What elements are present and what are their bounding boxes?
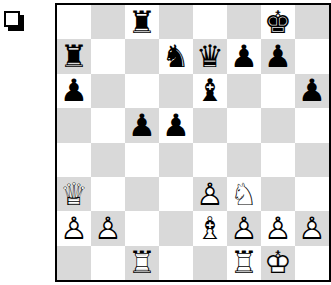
square-f4[interactable] bbox=[227, 143, 261, 177]
square-e8[interactable] bbox=[193, 5, 227, 39]
piece-black-bishop[interactable]: ♝ bbox=[193, 74, 227, 108]
square-b8[interactable] bbox=[91, 5, 125, 39]
square-f6[interactable] bbox=[227, 74, 261, 108]
piece-black-queen[interactable]: ♛ bbox=[193, 39, 227, 73]
square-c7[interactable] bbox=[125, 39, 159, 73]
square-h3[interactable] bbox=[295, 177, 329, 211]
piece-white-pawn[interactable]: ♟♙ bbox=[227, 211, 261, 245]
square-e5[interactable] bbox=[193, 108, 227, 142]
piece-white-knight[interactable]: ♞♘ bbox=[227, 177, 261, 211]
pawn-outline-glyph: ♙ bbox=[261, 211, 295, 245]
bishop-outline-glyph: ♗ bbox=[193, 211, 227, 245]
square-f2[interactable]: ♟♙ bbox=[227, 211, 261, 245]
knight-outline-glyph: ♘ bbox=[227, 177, 261, 211]
square-a6[interactable]: ♟ bbox=[57, 74, 91, 108]
rook-outline-glyph: ♖ bbox=[125, 246, 159, 280]
piece-black-rook[interactable]: ♜ bbox=[125, 5, 159, 39]
queen-glyph: ♛ bbox=[193, 39, 227, 73]
piece-black-pawn[interactable]: ♟ bbox=[125, 108, 159, 142]
square-c5[interactable]: ♟ bbox=[125, 108, 159, 142]
square-d4[interactable] bbox=[159, 143, 193, 177]
square-c6[interactable] bbox=[125, 74, 159, 108]
square-b5[interactable] bbox=[91, 108, 125, 142]
pawn-glyph: ♟ bbox=[57, 74, 91, 108]
square-g1[interactable]: ♚♔ bbox=[261, 246, 295, 280]
square-b2[interactable]: ♟♙ bbox=[91, 211, 125, 245]
square-a7[interactable]: ♜ bbox=[57, 39, 91, 73]
queen-outline-glyph: ♕ bbox=[57, 177, 91, 211]
square-d6[interactable] bbox=[159, 74, 193, 108]
piece-white-pawn[interactable]: ♟♙ bbox=[261, 211, 295, 245]
square-d2[interactable] bbox=[159, 211, 193, 245]
pawn-glyph: ♟ bbox=[261, 39, 295, 73]
square-h7[interactable] bbox=[295, 39, 329, 73]
square-g7[interactable]: ♟ bbox=[261, 39, 295, 73]
square-f3[interactable]: ♞♘ bbox=[227, 177, 261, 211]
piece-white-rook[interactable]: ♜♖ bbox=[227, 246, 261, 280]
piece-black-knight[interactable]: ♞ bbox=[159, 39, 193, 73]
square-f8[interactable] bbox=[227, 5, 261, 39]
piece-black-pawn[interactable]: ♟ bbox=[227, 39, 261, 73]
square-f5[interactable] bbox=[227, 108, 261, 142]
square-a1[interactable] bbox=[57, 246, 91, 280]
piece-black-pawn[interactable]: ♟ bbox=[159, 108, 193, 142]
rook-glyph: ♜ bbox=[125, 5, 159, 39]
piece-black-pawn[interactable]: ♟ bbox=[261, 39, 295, 73]
square-e7[interactable]: ♛ bbox=[193, 39, 227, 73]
square-h4[interactable] bbox=[295, 143, 329, 177]
square-f7[interactable]: ♟ bbox=[227, 39, 261, 73]
rook-glyph: ♜ bbox=[57, 39, 91, 73]
square-e4[interactable] bbox=[193, 143, 227, 177]
square-a8[interactable] bbox=[57, 5, 91, 39]
square-c2[interactable] bbox=[125, 211, 159, 245]
square-d8[interactable] bbox=[159, 5, 193, 39]
square-b7[interactable] bbox=[91, 39, 125, 73]
knight-glyph: ♞ bbox=[159, 39, 193, 73]
king-glyph: ♚ bbox=[261, 5, 295, 39]
pawn-outline-glyph: ♙ bbox=[295, 211, 329, 245]
square-d5[interactable]: ♟ bbox=[159, 108, 193, 142]
pawn-outline-glyph: ♙ bbox=[227, 211, 261, 245]
piece-white-king[interactable]: ♚♔ bbox=[261, 246, 295, 280]
bishop-glyph: ♝ bbox=[193, 74, 227, 108]
square-d1[interactable] bbox=[159, 246, 193, 280]
pawn-outline-glyph: ♙ bbox=[193, 177, 227, 211]
square-e6[interactable]: ♝ bbox=[193, 74, 227, 108]
square-f1[interactable]: ♜♖ bbox=[227, 246, 261, 280]
chess-board: ♜♚♜♞♛♟♟♟♝♟♟♟♛♕♟♙♞♘♟♙♟♙♝♗♟♙♟♙♟♙♜♖♜♖♚♔ bbox=[55, 3, 331, 282]
square-b6[interactable] bbox=[91, 74, 125, 108]
piece-white-bishop[interactable]: ♝♗ bbox=[193, 211, 227, 245]
square-g8[interactable]: ♚ bbox=[261, 5, 295, 39]
square-e1[interactable] bbox=[193, 246, 227, 280]
piece-white-pawn[interactable]: ♟♙ bbox=[57, 211, 91, 245]
piece-black-pawn[interactable]: ♟ bbox=[57, 74, 91, 108]
square-h2[interactable]: ♟♙ bbox=[295, 211, 329, 245]
square-g5[interactable] bbox=[261, 108, 295, 142]
square-a5[interactable] bbox=[57, 108, 91, 142]
square-c8[interactable]: ♜ bbox=[125, 5, 159, 39]
square-b1[interactable] bbox=[91, 246, 125, 280]
square-e3[interactable]: ♟♙ bbox=[193, 177, 227, 211]
rook-outline-glyph: ♖ bbox=[227, 246, 261, 280]
pawn-glyph: ♟ bbox=[295, 74, 329, 108]
square-h5[interactable] bbox=[295, 108, 329, 142]
pawn-glyph: ♟ bbox=[125, 108, 159, 142]
piece-white-rook[interactable]: ♜♖ bbox=[125, 246, 159, 280]
king-outline-glyph: ♔ bbox=[261, 246, 295, 280]
square-a3[interactable]: ♛♕ bbox=[57, 177, 91, 211]
piece-white-queen[interactable]: ♛♕ bbox=[57, 177, 91, 211]
piece-white-pawn[interactable]: ♟♙ bbox=[91, 211, 125, 245]
pawn-outline-glyph: ♙ bbox=[91, 211, 125, 245]
square-g3[interactable] bbox=[261, 177, 295, 211]
square-g2[interactable]: ♟♙ bbox=[261, 211, 295, 245]
pawn-glyph: ♟ bbox=[227, 39, 261, 73]
square-a2[interactable]: ♟♙ bbox=[57, 211, 91, 245]
square-a4[interactable] bbox=[57, 143, 91, 177]
square-c4[interactable] bbox=[125, 143, 159, 177]
square-d7[interactable]: ♞ bbox=[159, 39, 193, 73]
piece-black-rook[interactable]: ♜ bbox=[57, 39, 91, 73]
pawn-outline-glyph: ♙ bbox=[57, 211, 91, 245]
piece-white-pawn[interactable]: ♟♙ bbox=[295, 211, 329, 245]
piece-black-king[interactable]: ♚ bbox=[261, 5, 295, 39]
square-c1[interactable]: ♜♖ bbox=[125, 246, 159, 280]
square-d3[interactable] bbox=[159, 177, 193, 211]
pawn-glyph: ♟ bbox=[159, 108, 193, 142]
piece-white-pawn[interactable]: ♟♙ bbox=[193, 177, 227, 211]
square-g6[interactable] bbox=[261, 74, 295, 108]
square-h6[interactable]: ♟ bbox=[295, 74, 329, 108]
square-h1[interactable] bbox=[295, 246, 329, 280]
white-to-move-indicator bbox=[4, 11, 20, 27]
square-b4[interactable] bbox=[91, 143, 125, 177]
square-g4[interactable] bbox=[261, 143, 295, 177]
piece-black-pawn[interactable]: ♟ bbox=[295, 74, 329, 108]
square-h8[interactable] bbox=[295, 5, 329, 39]
square-c3[interactable] bbox=[125, 177, 159, 211]
square-e2[interactable]: ♝♗ bbox=[193, 211, 227, 245]
square-b3[interactable] bbox=[91, 177, 125, 211]
